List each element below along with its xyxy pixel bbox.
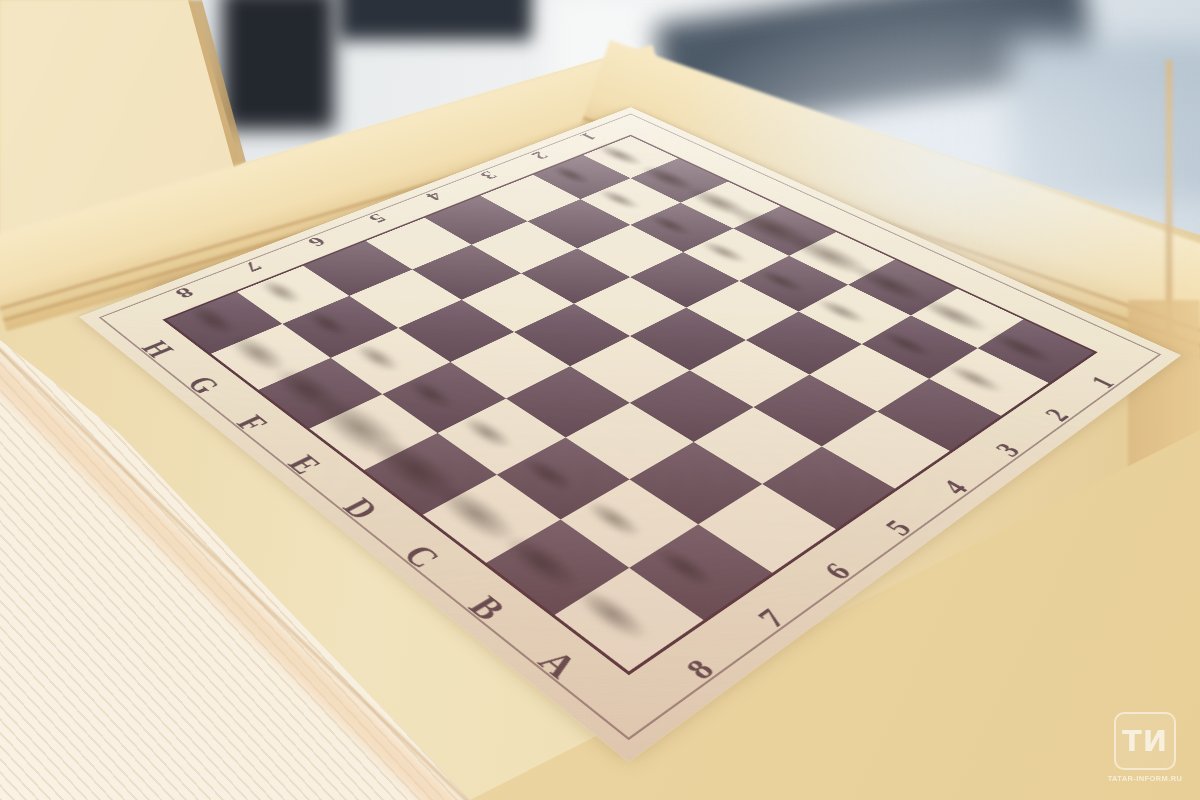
board-plane: HGFEDCBA1234567812345678 ♜♞♝♛♚♝♞♜♟♟♟♟♟♟♟… [79, 107, 1181, 762]
square-b4[interactable] [754, 375, 878, 447]
board-rotation-wrapper: HGFEDCBA1234567812345678 ♜♞♝♛♚♝♞♜♟♟♟♟♟♟♟… [0, 0, 1200, 800]
watermark-url: TATAR-INFORM.RU [1090, 774, 1200, 783]
photo-watermark: ТИ TATAR-INFORM.RU [1090, 712, 1200, 783]
watermark-logo: ТИ [1122, 724, 1168, 758]
square-c5[interactable] [630, 370, 754, 442]
square-b7[interactable] [561, 479, 699, 567]
board-scene: HGFEDCBA1234567812345678 ♜♞♝♛♚♝♞♜♟♟♟♟♟♟♟… [227, 0, 1034, 739]
square-d5[interactable] [570, 336, 690, 403]
watermark-logo-box: ТИ [1114, 712, 1176, 770]
